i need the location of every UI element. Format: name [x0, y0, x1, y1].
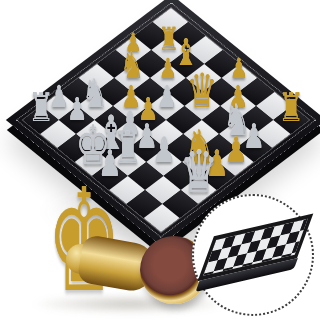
- product-photo-scene: ♜♟♟♟♞♞♜♟♟♝♚♝♟♟♟♟♜♟♛♟♟♟♞♞♛♟♟♟♜ ♚: [0, 0, 320, 320]
- lying-gold-piece: [64, 228, 214, 318]
- folded-chessboard: [193, 213, 314, 294]
- folded-board-inset: [192, 194, 314, 316]
